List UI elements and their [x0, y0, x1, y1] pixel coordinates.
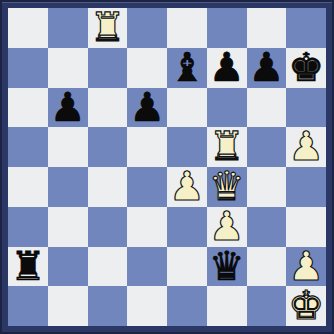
- square-a6[interactable]: [8, 88, 48, 128]
- piece-black-pawn[interactable]: ♟: [209, 48, 245, 88]
- square-e7[interactable]: ♝: [167, 48, 207, 88]
- square-f7[interactable]: ♟: [207, 48, 247, 88]
- square-d7[interactable]: [127, 48, 167, 88]
- square-g1[interactable]: [247, 286, 287, 326]
- square-h1[interactable]: ♚: [286, 286, 326, 326]
- square-f8[interactable]: [207, 8, 247, 48]
- piece-white-pawn[interactable]: ♟: [288, 247, 324, 287]
- square-c2[interactable]: [88, 247, 128, 287]
- square-h6[interactable]: [286, 88, 326, 128]
- square-e2[interactable]: [167, 247, 207, 287]
- square-h2[interactable]: ♟: [286, 247, 326, 287]
- square-f3[interactable]: ♟: [207, 207, 247, 247]
- square-g5[interactable]: [247, 127, 287, 167]
- square-g4[interactable]: [247, 167, 287, 207]
- piece-black-king[interactable]: ♚: [288, 48, 324, 88]
- piece-black-pawn[interactable]: ♟: [248, 48, 284, 88]
- square-c1[interactable]: [88, 286, 128, 326]
- square-d2[interactable]: [127, 247, 167, 287]
- square-h3[interactable]: [286, 207, 326, 247]
- square-b8[interactable]: [48, 8, 88, 48]
- square-d6[interactable]: ♟: [127, 88, 167, 128]
- square-b6[interactable]: ♟: [48, 88, 88, 128]
- square-c6[interactable]: [88, 88, 128, 128]
- square-g3[interactable]: [247, 207, 287, 247]
- square-c5[interactable]: [88, 127, 128, 167]
- square-e5[interactable]: [167, 127, 207, 167]
- square-f6[interactable]: [207, 88, 247, 128]
- square-a2[interactable]: ♜: [8, 247, 48, 287]
- piece-white-pawn[interactable]: ♟: [209, 207, 245, 247]
- square-d1[interactable]: [127, 286, 167, 326]
- square-f4[interactable]: ♛: [207, 167, 247, 207]
- piece-black-pawn[interactable]: ♟: [50, 88, 86, 128]
- square-a4[interactable]: [8, 167, 48, 207]
- piece-white-pawn[interactable]: ♟: [169, 167, 205, 207]
- piece-black-queen[interactable]: ♛: [209, 247, 245, 287]
- square-c7[interactable]: [88, 48, 128, 88]
- square-c8[interactable]: ♜: [88, 8, 128, 48]
- square-h7[interactable]: ♚: [286, 48, 326, 88]
- square-b3[interactable]: [48, 207, 88, 247]
- piece-black-bishop[interactable]: ♝: [169, 48, 205, 88]
- piece-black-pawn[interactable]: ♟: [129, 88, 165, 128]
- square-h4[interactable]: [286, 167, 326, 207]
- square-c4[interactable]: [88, 167, 128, 207]
- square-g8[interactable]: [247, 8, 287, 48]
- square-a8[interactable]: [8, 8, 48, 48]
- square-e1[interactable]: [167, 286, 207, 326]
- square-d8[interactable]: [127, 8, 167, 48]
- square-a1[interactable]: [8, 286, 48, 326]
- square-b5[interactable]: [48, 127, 88, 167]
- piece-white-rook[interactable]: ♜: [209, 127, 245, 167]
- piece-white-queen[interactable]: ♛: [209, 167, 245, 207]
- square-g6[interactable]: [247, 88, 287, 128]
- square-c3[interactable]: [88, 207, 128, 247]
- square-b1[interactable]: [48, 286, 88, 326]
- square-e3[interactable]: [167, 207, 207, 247]
- square-d4[interactable]: [127, 167, 167, 207]
- square-b2[interactable]: [48, 247, 88, 287]
- chess-board-frame: ♜♝♟♟♚♟♟♜♟♟♛♟♜♛♟♚: [0, 0, 334, 334]
- square-f1[interactable]: [207, 286, 247, 326]
- square-g7[interactable]: ♟: [247, 48, 287, 88]
- square-a5[interactable]: [8, 127, 48, 167]
- square-e8[interactable]: [167, 8, 207, 48]
- square-f5[interactable]: ♜: [207, 127, 247, 167]
- square-d3[interactable]: [127, 207, 167, 247]
- square-h8[interactable]: [286, 8, 326, 48]
- square-b7[interactable]: [48, 48, 88, 88]
- square-a3[interactable]: [8, 207, 48, 247]
- square-h5[interactable]: ♟: [286, 127, 326, 167]
- square-b4[interactable]: [48, 167, 88, 207]
- piece-white-pawn[interactable]: ♟: [288, 127, 324, 167]
- square-f2[interactable]: ♛: [207, 247, 247, 287]
- square-e4[interactable]: ♟: [167, 167, 207, 207]
- piece-white-rook[interactable]: ♜: [89, 8, 125, 48]
- square-g2[interactable]: [247, 247, 287, 287]
- chess-board: ♜♝♟♟♚♟♟♜♟♟♛♟♜♛♟♚: [8, 8, 326, 326]
- square-a7[interactable]: [8, 48, 48, 88]
- square-e6[interactable]: [167, 88, 207, 128]
- square-d5[interactable]: [127, 127, 167, 167]
- piece-black-rook[interactable]: ♜: [10, 247, 46, 287]
- piece-white-king[interactable]: ♚: [288, 286, 324, 326]
